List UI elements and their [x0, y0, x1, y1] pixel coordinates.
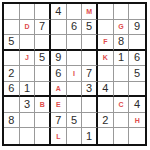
- given-digit: 7: [86, 68, 92, 79]
- cell-r2c8[interactable]: G: [114, 20, 130, 36]
- label-letter: K: [103, 54, 108, 61]
- given-digit: 4: [134, 99, 140, 110]
- cell-r4c7[interactable]: K: [98, 51, 114, 67]
- given-digit: 4: [102, 83, 108, 94]
- cell-r1c9[interactable]: [129, 4, 145, 20]
- given-digit: 9: [134, 21, 140, 32]
- cell-r2c2[interactable]: D: [20, 20, 36, 36]
- cell-r8c4[interactable]: 7: [51, 113, 67, 129]
- given-digit: 8: [118, 36, 124, 47]
- cell-r4c1[interactable]: [4, 51, 20, 67]
- label-letter: A: [56, 85, 61, 92]
- cell-r1c4[interactable]: 4: [51, 4, 67, 20]
- given-digit: 5: [71, 115, 77, 126]
- cell-r5c3[interactable]: [35, 66, 51, 82]
- cell-r2c9[interactable]: 9: [129, 20, 145, 36]
- cell-r7c3[interactable]: B: [35, 97, 51, 113]
- cell-r8c6[interactable]: [82, 113, 98, 129]
- cell-r1c7[interactable]: [98, 4, 114, 20]
- cell-r4c5[interactable]: [67, 51, 83, 67]
- label-letter: J: [25, 54, 29, 61]
- cell-r2c3[interactable]: 7: [35, 20, 51, 36]
- given-digit: 8: [8, 115, 14, 126]
- given-digit: 7: [39, 21, 45, 32]
- cell-r1c8[interactable]: [114, 4, 130, 20]
- cell-r2c4[interactable]: [51, 20, 67, 36]
- cell-r7c4[interactable]: E: [51, 97, 67, 113]
- cell-r6c3[interactable]: [35, 82, 51, 98]
- given-digit: 1: [86, 131, 92, 142]
- cell-r7c5[interactable]: [67, 97, 83, 113]
- cell-r4c9[interactable]: 6: [129, 51, 145, 67]
- given-digit: 5: [134, 68, 140, 79]
- cell-r6c7[interactable]: 4: [98, 82, 114, 98]
- cell-r9c1[interactable]: [4, 128, 20, 144]
- cell-r6c4[interactable]: A: [51, 82, 67, 98]
- cell-r9c3[interactable]: [35, 128, 51, 144]
- cell-r5c7[interactable]: [98, 66, 114, 82]
- given-digit: 2: [102, 115, 108, 126]
- cell-r7c1[interactable]: [4, 97, 20, 113]
- cell-r8c2[interactable]: [20, 113, 36, 129]
- cell-r1c1[interactable]: [4, 4, 20, 20]
- given-digit: 5: [8, 36, 14, 47]
- cell-r7c2[interactable]: 3: [20, 97, 36, 113]
- given-digit: 5: [86, 21, 92, 32]
- cell-r3c8[interactable]: 8: [114, 35, 130, 51]
- cell-r6c2[interactable]: 1: [20, 82, 36, 98]
- label-letter: H: [135, 117, 140, 124]
- cell-r2c1[interactable]: [4, 20, 20, 36]
- cell-r3c7[interactable]: F: [98, 35, 114, 51]
- given-digit: 1: [118, 52, 124, 63]
- cell-r7c8[interactable]: C: [114, 97, 130, 113]
- cell-r9c6[interactable]: 1: [82, 128, 98, 144]
- cell-r4c6[interactable]: [82, 51, 98, 67]
- cell-r9c9[interactable]: [129, 128, 145, 144]
- cell-r8c1[interactable]: 8: [4, 113, 20, 129]
- cell-r2c7[interactable]: [98, 20, 114, 36]
- cell-r1c6[interactable]: M: [82, 4, 98, 20]
- given-digit: 5: [39, 52, 45, 63]
- cell-r5c8[interactable]: [114, 66, 130, 82]
- cell-r7c9[interactable]: 4: [129, 97, 145, 113]
- given-digit: 4: [55, 6, 61, 17]
- label-letter: L: [56, 133, 60, 140]
- cell-r5c9[interactable]: 5: [129, 66, 145, 82]
- cell-r8c7[interactable]: 2: [98, 113, 114, 129]
- cell-r6c8[interactable]: [114, 82, 130, 98]
- cell-r1c3[interactable]: [35, 4, 51, 20]
- cell-r5c1[interactable]: 2: [4, 66, 20, 82]
- cell-r9c2[interactable]: [20, 128, 36, 144]
- cell-r8c5[interactable]: 5: [67, 113, 83, 129]
- label-letter: M: [86, 8, 92, 15]
- label-letter: C: [118, 101, 123, 108]
- label-letter: F: [103, 38, 107, 45]
- given-digit: 6: [8, 83, 14, 94]
- given-digit: 2: [8, 68, 14, 79]
- given-digit: 6: [71, 21, 77, 32]
- cell-r6c1[interactable]: 6: [4, 82, 20, 98]
- given-digit: 6: [134, 52, 140, 63]
- cell-r7c7[interactable]: [98, 97, 114, 113]
- given-digit: 3: [86, 83, 92, 94]
- cell-r9c7[interactable]: [98, 128, 114, 144]
- label-letter: D: [24, 23, 29, 30]
- label-letter: G: [118, 23, 123, 30]
- cell-r5c2[interactable]: [20, 66, 36, 82]
- label-letter: E: [56, 101, 61, 108]
- cell-r7c6[interactable]: [82, 97, 98, 113]
- cell-r5c4[interactable]: 6: [51, 66, 67, 82]
- cell-r3c9[interactable]: [129, 35, 145, 51]
- cell-r5c6[interactable]: 7: [82, 66, 98, 82]
- cell-r6c9[interactable]: [129, 82, 145, 98]
- cell-r3c2[interactable]: [20, 35, 36, 51]
- cell-r3c1[interactable]: 5: [4, 35, 20, 51]
- cell-r4c8[interactable]: 1: [114, 51, 130, 67]
- cell-r6c6[interactable]: 3: [82, 82, 98, 98]
- label-letter: B: [40, 101, 45, 108]
- cell-r3c5[interactable]: [67, 35, 83, 51]
- cell-r9c8[interactable]: [114, 128, 130, 144]
- cell-r2c5[interactable]: 6: [67, 20, 83, 36]
- given-digit: 7: [55, 115, 61, 126]
- cell-r1c2[interactable]: [20, 4, 36, 20]
- cell-r3c4[interactable]: [51, 35, 67, 51]
- cell-r8c9[interactable]: H: [129, 113, 145, 129]
- label-letter: I: [73, 70, 75, 77]
- given-digit: 3: [24, 99, 30, 110]
- cell-r5c5[interactable]: I: [67, 66, 83, 82]
- cell-r4c2[interactable]: J: [20, 51, 36, 67]
- given-digit: 1: [24, 83, 30, 94]
- cell-r6c5[interactable]: [67, 82, 83, 98]
- cell-r4c4[interactable]: 9: [51, 51, 67, 67]
- given-digit: 6: [55, 68, 61, 79]
- given-digit: 9: [55, 52, 61, 63]
- cell-r8c8[interactable]: [114, 113, 130, 129]
- cell-r2c6[interactable]: 5: [82, 20, 98, 36]
- cell-r4c3[interactable]: 5: [35, 51, 51, 67]
- cell-r1c5[interactable]: [67, 4, 83, 20]
- cell-r9c5[interactable]: [67, 128, 83, 144]
- cell-r9c4[interactable]: L: [51, 128, 67, 144]
- cell-r8c3[interactable]: [35, 113, 51, 129]
- cell-r3c3[interactable]: [35, 35, 51, 51]
- sudoku-board: 4MD765G95F8J59K1626I7561A343BEC48752HL1: [2, 2, 147, 146]
- cell-r3c6[interactable]: [82, 35, 98, 51]
